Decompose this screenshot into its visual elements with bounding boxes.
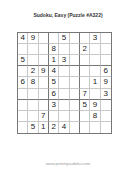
cell-r2c6	[70, 44, 80, 55]
cell-r8c1	[18, 111, 28, 122]
cell-r6c5	[59, 89, 69, 100]
cell-r6c6	[70, 89, 80, 100]
cell-r7c9	[101, 100, 111, 111]
cell-r5c9: 9	[101, 77, 111, 88]
cell-r2c2	[28, 44, 38, 55]
cell-r1c5: 5	[59, 33, 69, 44]
cell-r7c5	[59, 100, 69, 111]
cell-r7c2	[28, 100, 38, 111]
cell-r9c2: 5	[28, 122, 38, 133]
cell-r5c8: 1	[90, 77, 100, 88]
page-title: Sudoku, Easy (Puzzle #A322)	[0, 12, 136, 18]
cell-r9c9	[101, 122, 111, 133]
cell-r6c4: 6	[49, 89, 59, 100]
cell-r4c3: 9	[39, 66, 49, 77]
cell-r2c5	[59, 44, 69, 55]
cell-r5c2: 8	[28, 77, 38, 88]
cell-r8c6	[70, 111, 80, 122]
cell-r9c3: 1	[39, 122, 49, 133]
cell-r6c2	[28, 89, 38, 100]
cell-r5c1: 6	[18, 77, 28, 88]
cell-r9c7	[80, 122, 90, 133]
cell-r1c9	[101, 33, 111, 44]
cell-r7c6	[70, 100, 80, 111]
cell-r6c8	[90, 89, 100, 100]
cell-r7c1	[18, 100, 28, 111]
cell-r1c8: 3	[90, 33, 100, 44]
cell-r8c9	[101, 111, 111, 122]
cell-r3c8	[90, 55, 100, 66]
cell-r9c5: 4	[59, 122, 69, 133]
cell-r7c7: 5	[80, 100, 90, 111]
cell-r6c3	[39, 89, 49, 100]
cell-r3c7	[80, 55, 90, 66]
cell-r1c3	[39, 33, 49, 44]
cell-r4c7	[80, 66, 90, 77]
cell-r4c2: 2	[28, 66, 38, 77]
cell-r4c8	[90, 66, 100, 77]
cell-r8c3: 7	[39, 111, 49, 122]
cell-r3c1: 5	[18, 55, 28, 66]
cell-r1c7	[80, 33, 90, 44]
cell-r9c1	[18, 122, 28, 133]
cell-r8c2	[28, 111, 38, 122]
cell-r7c3	[39, 100, 49, 111]
cell-r7c4: 3	[49, 100, 59, 111]
cell-r2c4: 8	[49, 44, 59, 55]
footer-url: www.printmysudoku.com	[0, 161, 136, 166]
cell-r9c4: 2	[49, 122, 59, 133]
cell-r3c5: 3	[59, 55, 69, 66]
cell-r3c6	[70, 55, 80, 66]
cell-r4c4: 4	[49, 66, 59, 77]
cell-r4c6	[70, 66, 80, 77]
cell-r8c4	[49, 111, 59, 122]
cell-r9c6	[70, 122, 80, 133]
cell-r5c6	[70, 77, 80, 88]
cell-r5c5	[59, 77, 69, 88]
cell-r3c3	[39, 55, 49, 66]
cell-r2c1	[18, 44, 28, 55]
cell-r4c9: 6	[101, 66, 111, 77]
cell-r5c4: 5	[49, 77, 59, 88]
cell-r8c5	[59, 111, 69, 122]
cell-r3c4: 1	[49, 55, 59, 66]
cell-r1c4	[49, 33, 59, 44]
cell-r8c8: 8	[90, 111, 100, 122]
cell-r3c9	[101, 55, 111, 66]
cell-r2c9	[101, 44, 111, 55]
cell-r1c6	[70, 33, 80, 44]
cell-r1c1: 4	[18, 33, 28, 44]
cell-r5c3	[39, 77, 49, 88]
cell-r3c2	[28, 55, 38, 66]
cell-r2c7: 2	[80, 44, 90, 55]
cell-r4c5	[59, 66, 69, 77]
cell-r1c2: 9	[28, 33, 38, 44]
cell-r6c1	[18, 89, 28, 100]
cell-r5c7	[80, 77, 90, 88]
cell-r6c9: 3	[101, 89, 111, 100]
cell-r8c7	[80, 111, 90, 122]
cell-r9c8	[90, 122, 100, 133]
cell-r7c8: 9	[90, 100, 100, 111]
cell-r2c3	[39, 44, 49, 55]
cell-r6c7: 7	[80, 89, 90, 100]
cell-r4c1	[18, 66, 28, 77]
sudoku-grid: 495382513294668519673359785124	[17, 32, 112, 134]
cell-r2c8	[90, 44, 100, 55]
